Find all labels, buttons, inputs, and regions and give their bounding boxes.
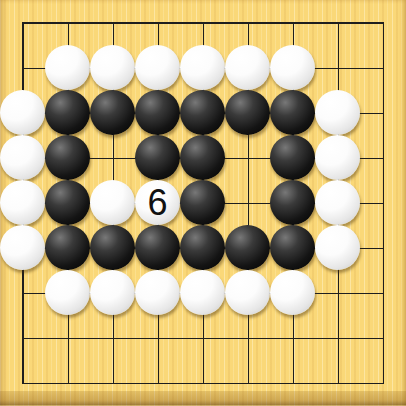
intersection-r8-c4[interactable] xyxy=(135,315,180,360)
black-stone xyxy=(90,225,135,270)
black-stone xyxy=(180,180,225,225)
intersection-r8-c1[interactable] xyxy=(0,315,45,360)
intersection-r7-c1[interactable] xyxy=(0,270,45,315)
intersection-r5-c6[interactable] xyxy=(225,180,270,225)
intersection-r5-c4[interactable]: 6 xyxy=(135,180,180,225)
intersection-r7-c4[interactable] xyxy=(135,270,180,315)
intersection-r6-c4[interactable] xyxy=(135,225,180,270)
intersection-r5-c8[interactable] xyxy=(315,180,360,225)
intersection-r8-c5[interactable] xyxy=(180,315,225,360)
intersection-r8-c3[interactable] xyxy=(90,315,135,360)
white-stone xyxy=(45,270,90,315)
intersection-r4-c7[interactable] xyxy=(270,135,315,180)
intersection-r8-c2[interactable] xyxy=(45,315,90,360)
intersection-r2-c3[interactable] xyxy=(90,45,135,90)
intersection-r4-c9[interactable] xyxy=(360,135,405,180)
intersection-r7-c7[interactable] xyxy=(270,270,315,315)
white-stone xyxy=(225,45,270,90)
black-stone xyxy=(270,90,315,135)
white-stone xyxy=(135,45,180,90)
white-stone: 6 xyxy=(135,180,180,225)
intersection-r3-c9[interactable] xyxy=(360,90,405,135)
black-stone xyxy=(270,225,315,270)
intersection-r1-c9[interactable] xyxy=(360,0,405,45)
intersection-r4-c5[interactable] xyxy=(180,135,225,180)
black-stone xyxy=(135,225,180,270)
white-stone xyxy=(0,225,45,270)
white-stone xyxy=(45,45,90,90)
white-stone xyxy=(0,135,45,180)
intersection-r1-c2[interactable] xyxy=(45,0,90,45)
black-stone xyxy=(135,135,180,180)
intersection-r2-c9[interactable] xyxy=(360,45,405,90)
white-stone xyxy=(180,45,225,90)
black-stone xyxy=(45,90,90,135)
intersection-r2-c1[interactable] xyxy=(0,45,45,90)
intersection-r7-c6[interactable] xyxy=(225,270,270,315)
white-stone xyxy=(135,270,180,315)
white-stone xyxy=(180,270,225,315)
intersection-r2-c8[interactable] xyxy=(315,45,360,90)
intersection-r3-c5[interactable] xyxy=(180,90,225,135)
white-stone xyxy=(315,135,360,180)
black-stone xyxy=(45,180,90,225)
intersection-r1-c4[interactable] xyxy=(135,0,180,45)
intersection-r3-c8[interactable] xyxy=(315,90,360,135)
black-stone xyxy=(45,135,90,180)
black-stone xyxy=(180,225,225,270)
move-number-label: 6 xyxy=(135,180,180,225)
white-stone xyxy=(0,180,45,225)
intersection-r1-c1[interactable] xyxy=(0,0,45,45)
go-board-grid: 6 xyxy=(0,0,405,405)
intersection-r7-c9[interactable] xyxy=(360,270,405,315)
intersection-r1-c5[interactable] xyxy=(180,0,225,45)
intersection-r8-c8[interactable] xyxy=(315,315,360,360)
intersection-r1-c8[interactable] xyxy=(315,0,360,45)
intersection-r8-c9[interactable] xyxy=(360,315,405,360)
intersection-r4-c3[interactable] xyxy=(90,135,135,180)
white-stone xyxy=(315,90,360,135)
intersection-r3-c1[interactable] xyxy=(0,90,45,135)
intersection-r6-c8[interactable] xyxy=(315,225,360,270)
black-stone xyxy=(180,135,225,180)
intersection-r8-c6[interactable] xyxy=(225,315,270,360)
intersection-r7-c3[interactable] xyxy=(90,270,135,315)
white-stone xyxy=(270,45,315,90)
intersection-r6-c7[interactable] xyxy=(270,225,315,270)
intersection-r8-c7[interactable] xyxy=(270,315,315,360)
black-stone xyxy=(225,225,270,270)
intersection-r3-c7[interactable] xyxy=(270,90,315,135)
intersection-r5-c2[interactable] xyxy=(45,180,90,225)
intersection-r3-c2[interactable] xyxy=(45,90,90,135)
intersection-r5-c5[interactable] xyxy=(180,180,225,225)
intersection-r5-c7[interactable] xyxy=(270,180,315,225)
intersection-r3-c3[interactable] xyxy=(90,90,135,135)
black-stone xyxy=(270,180,315,225)
intersection-r4-c4[interactable] xyxy=(135,135,180,180)
intersection-r6-c3[interactable] xyxy=(90,225,135,270)
intersection-r6-c2[interactable] xyxy=(45,225,90,270)
white-stone xyxy=(225,270,270,315)
intersection-r6-c5[interactable] xyxy=(180,225,225,270)
go-board: 6 xyxy=(0,0,406,406)
intersection-r6-c6[interactable] xyxy=(225,225,270,270)
intersection-r4-c2[interactable] xyxy=(45,135,90,180)
intersection-r2-c4[interactable] xyxy=(135,45,180,90)
intersection-r3-c4[interactable] xyxy=(135,90,180,135)
intersection-r6-c1[interactable] xyxy=(0,225,45,270)
intersection-r6-c9[interactable] xyxy=(360,225,405,270)
white-stone xyxy=(315,225,360,270)
intersection-r2-c6[interactable] xyxy=(225,45,270,90)
black-stone xyxy=(90,90,135,135)
black-stone xyxy=(225,90,270,135)
white-stone xyxy=(90,45,135,90)
intersection-r4-c1[interactable] xyxy=(0,135,45,180)
intersection-r1-c6[interactable] xyxy=(225,0,270,45)
intersection-r5-c9[interactable] xyxy=(360,180,405,225)
intersection-r4-c6[interactable] xyxy=(225,135,270,180)
white-stone xyxy=(90,270,135,315)
intersection-r2-c7[interactable] xyxy=(270,45,315,90)
intersection-r7-c8[interactable] xyxy=(315,270,360,315)
black-stone xyxy=(180,90,225,135)
intersection-r4-c8[interactable] xyxy=(315,135,360,180)
intersection-r1-c7[interactable] xyxy=(270,0,315,45)
intersection-r3-c6[interactable] xyxy=(225,90,270,135)
intersection-r7-c5[interactable] xyxy=(180,270,225,315)
intersection-r1-c3[interactable] xyxy=(90,0,135,45)
intersection-r5-c1[interactable] xyxy=(0,180,45,225)
intersection-r2-c5[interactable] xyxy=(180,45,225,90)
black-stone xyxy=(45,225,90,270)
white-stone xyxy=(0,90,45,135)
intersection-r7-c2[interactable] xyxy=(45,270,90,315)
board-bottom-edge xyxy=(0,391,406,406)
white-stone xyxy=(315,180,360,225)
black-stone xyxy=(135,90,180,135)
white-stone xyxy=(270,270,315,315)
intersection-r5-c3[interactable] xyxy=(90,180,135,225)
white-stone xyxy=(90,180,135,225)
black-stone xyxy=(270,135,315,180)
intersection-r2-c2[interactable] xyxy=(45,45,90,90)
